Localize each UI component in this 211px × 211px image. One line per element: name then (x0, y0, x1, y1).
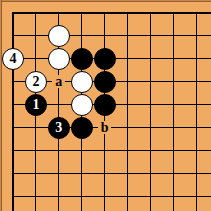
grid-line-horizontal (12, 12, 211, 14)
stone-black-move-1: 1 (25, 94, 47, 116)
stone-black (71, 117, 93, 139)
point-label-a: a (52, 75, 65, 88)
stone-black (94, 71, 116, 93)
grid-line-vertical (150, 12, 151, 211)
stone-white (71, 94, 93, 116)
grid-line-horizontal (12, 196, 211, 197)
stone-black (94, 94, 116, 116)
stone-white (71, 71, 93, 93)
grid-line-horizontal (12, 35, 211, 36)
stone-black-move-3: 3 (48, 117, 70, 139)
stone-black (71, 48, 93, 70)
grid-line-horizontal (12, 150, 211, 151)
point-label-b: b (98, 121, 111, 134)
grid-line-horizontal (12, 173, 211, 174)
stone-black (94, 48, 116, 70)
board-frame-left-inner (1, 0, 2, 211)
stone-white-move-4: 4 (2, 48, 24, 70)
stone-white (48, 25, 70, 47)
grid-line-vertical (127, 12, 128, 211)
grid-line-horizontal (12, 127, 211, 128)
grid-line-vertical (173, 12, 174, 211)
grid-line-vertical (12, 12, 14, 211)
go-board: ab4213 (0, 0, 211, 211)
board-frame-top-inner (0, 1, 211, 2)
grid-line-vertical (196, 12, 197, 211)
stone-white-move-2: 2 (25, 71, 47, 93)
stone-white (48, 48, 70, 70)
